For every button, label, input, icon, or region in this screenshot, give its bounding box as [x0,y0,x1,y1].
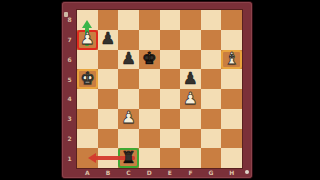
square-a7[interactable] [77,30,98,50]
square-h6[interactable] [221,50,242,70]
rank-label-8: 8 [66,16,74,23]
rank-label-1: 1 [66,155,74,162]
corner-dot-icon [245,170,249,174]
square-g8[interactable] [201,10,222,30]
square-a6[interactable] [77,50,98,70]
square-h2[interactable] [221,129,242,149]
square-a3[interactable] [77,109,98,129]
square-c4[interactable] [118,89,139,109]
square-f6[interactable] [180,50,201,70]
rank-label-6: 6 [66,56,74,63]
chess-board: ♟♟♟♚♝♚♟♟♟♜ [77,10,242,168]
square-d6[interactable] [139,50,160,70]
square-a4[interactable] [77,89,98,109]
square-e1[interactable] [160,148,181,168]
square-e8[interactable] [160,10,181,30]
square-a1[interactable] [77,148,98,168]
square-h7[interactable] [221,30,242,50]
file-label-h: H [228,169,236,176]
square-f7[interactable] [180,30,201,50]
square-d3[interactable] [139,109,160,129]
square-h4[interactable] [221,89,242,109]
file-label-a: A [83,169,91,176]
square-g1[interactable] [201,148,222,168]
rank-label-5: 5 [66,76,74,83]
square-e6[interactable] [160,50,181,70]
chess-video-frame: ♟♟♟♚♝♚♟♟♟♜ 87654321ABCDEFGH [0,0,320,180]
square-h3[interactable] [221,109,242,129]
square-g6[interactable] [201,50,222,70]
square-d8[interactable] [139,10,160,30]
file-label-d: D [145,169,153,176]
square-e4[interactable] [160,89,181,109]
square-b1[interactable] [98,148,119,168]
square-b7[interactable] [98,30,119,50]
square-c8[interactable] [118,10,139,30]
board-frame: ♟♟♟♚♝♚♟♟♟♜ 87654321ABCDEFGH [62,2,252,178]
square-g5[interactable] [201,69,222,89]
square-c5[interactable] [118,69,139,89]
square-b3[interactable] [98,109,119,129]
square-d4[interactable] [139,89,160,109]
square-a8[interactable] [77,10,98,30]
square-c1[interactable] [118,148,139,168]
square-e2[interactable] [160,129,181,149]
square-d1[interactable] [139,148,160,168]
square-f2[interactable] [180,129,201,149]
square-b6[interactable] [98,50,119,70]
square-f1[interactable] [180,148,201,168]
square-b5[interactable] [98,69,119,89]
file-label-f: F [186,169,194,176]
rank-label-3: 3 [66,115,74,122]
square-b2[interactable] [98,129,119,149]
square-e5[interactable] [160,69,181,89]
square-d2[interactable] [139,129,160,149]
square-d5[interactable] [139,69,160,89]
file-label-g: G [207,169,215,176]
square-a5[interactable] [77,69,98,89]
square-c6[interactable] [118,50,139,70]
rank-label-2: 2 [66,135,74,142]
square-g3[interactable] [201,109,222,129]
square-c2[interactable] [118,129,139,149]
file-label-e: E [166,169,174,176]
file-label-b: B [104,169,112,176]
square-f5[interactable] [180,69,201,89]
rank-label-7: 7 [66,36,74,43]
square-e3[interactable] [160,109,181,129]
square-c3[interactable] [118,109,139,129]
square-c7[interactable] [118,30,139,50]
square-f4[interactable] [180,89,201,109]
square-e7[interactable] [160,30,181,50]
square-b8[interactable] [98,10,119,30]
square-h5[interactable] [221,69,242,89]
square-b4[interactable] [98,89,119,109]
square-f8[interactable] [180,10,201,30]
square-d7[interactable] [139,30,160,50]
square-f3[interactable] [180,109,201,129]
square-a2[interactable] [77,129,98,149]
square-h1[interactable] [221,148,242,168]
rank-label-4: 4 [66,95,74,102]
square-g4[interactable] [201,89,222,109]
square-g7[interactable] [201,30,222,50]
file-label-c: C [125,169,133,176]
square-g2[interactable] [201,129,222,149]
square-h8[interactable] [221,10,242,30]
